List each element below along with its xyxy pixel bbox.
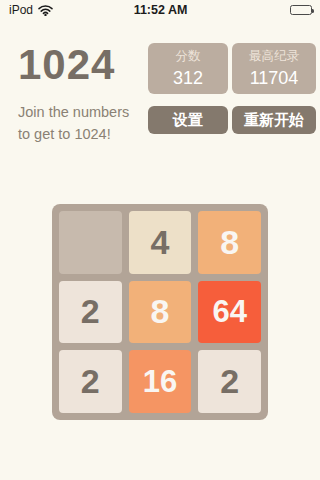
tile-64-r2c3: 64 <box>198 281 261 344</box>
app-screen: iPod 11:52 AM 1024 Join the numbers to g… <box>0 0 320 480</box>
app-title: 1024 <box>18 44 115 86</box>
score-label: 分数 <box>176 48 201 65</box>
tile-16-r3c2: 16 <box>129 350 192 413</box>
subtitle-line1: Join the numbers <box>18 101 129 123</box>
wifi-icon <box>38 5 53 16</box>
board[interactable]: 4828642162 <box>52 204 268 420</box>
cell-empty-r1c1 <box>59 211 122 274</box>
score-value: 312 <box>173 68 203 89</box>
tile-4-r1c2: 4 <box>129 211 192 274</box>
subtitle-line2: to get to 1024! <box>18 123 129 145</box>
best-score-value: 11704 <box>250 68 299 89</box>
tile-8-r1c3: 8 <box>198 211 261 274</box>
score-box: 分数 312 <box>148 43 228 94</box>
tile-8-r2c2: 8 <box>129 281 192 344</box>
status-bar: iPod 11:52 AM <box>0 0 320 20</box>
device-name: iPod <box>9 3 33 17</box>
settings-button[interactable]: 设置 <box>148 106 228 134</box>
restart-button[interactable]: 重新开始 <box>232 106 316 134</box>
button-row: 设置 重新开始 <box>148 106 316 134</box>
best-score-box: 最高纪录 11704 <box>232 43 316 94</box>
battery-icon <box>290 5 312 15</box>
tile-2-r2c1: 2 <box>59 281 122 344</box>
tile-2-r3c1: 2 <box>59 350 122 413</box>
best-score-label: 最高纪录 <box>249 48 299 65</box>
status-time: 11:52 AM <box>110 3 211 17</box>
tile-2-r3c3: 2 <box>198 350 261 413</box>
subtitle: Join the numbers to get to 1024! <box>18 101 129 146</box>
score-row: 分数 312 最高纪录 11704 <box>148 43 316 94</box>
